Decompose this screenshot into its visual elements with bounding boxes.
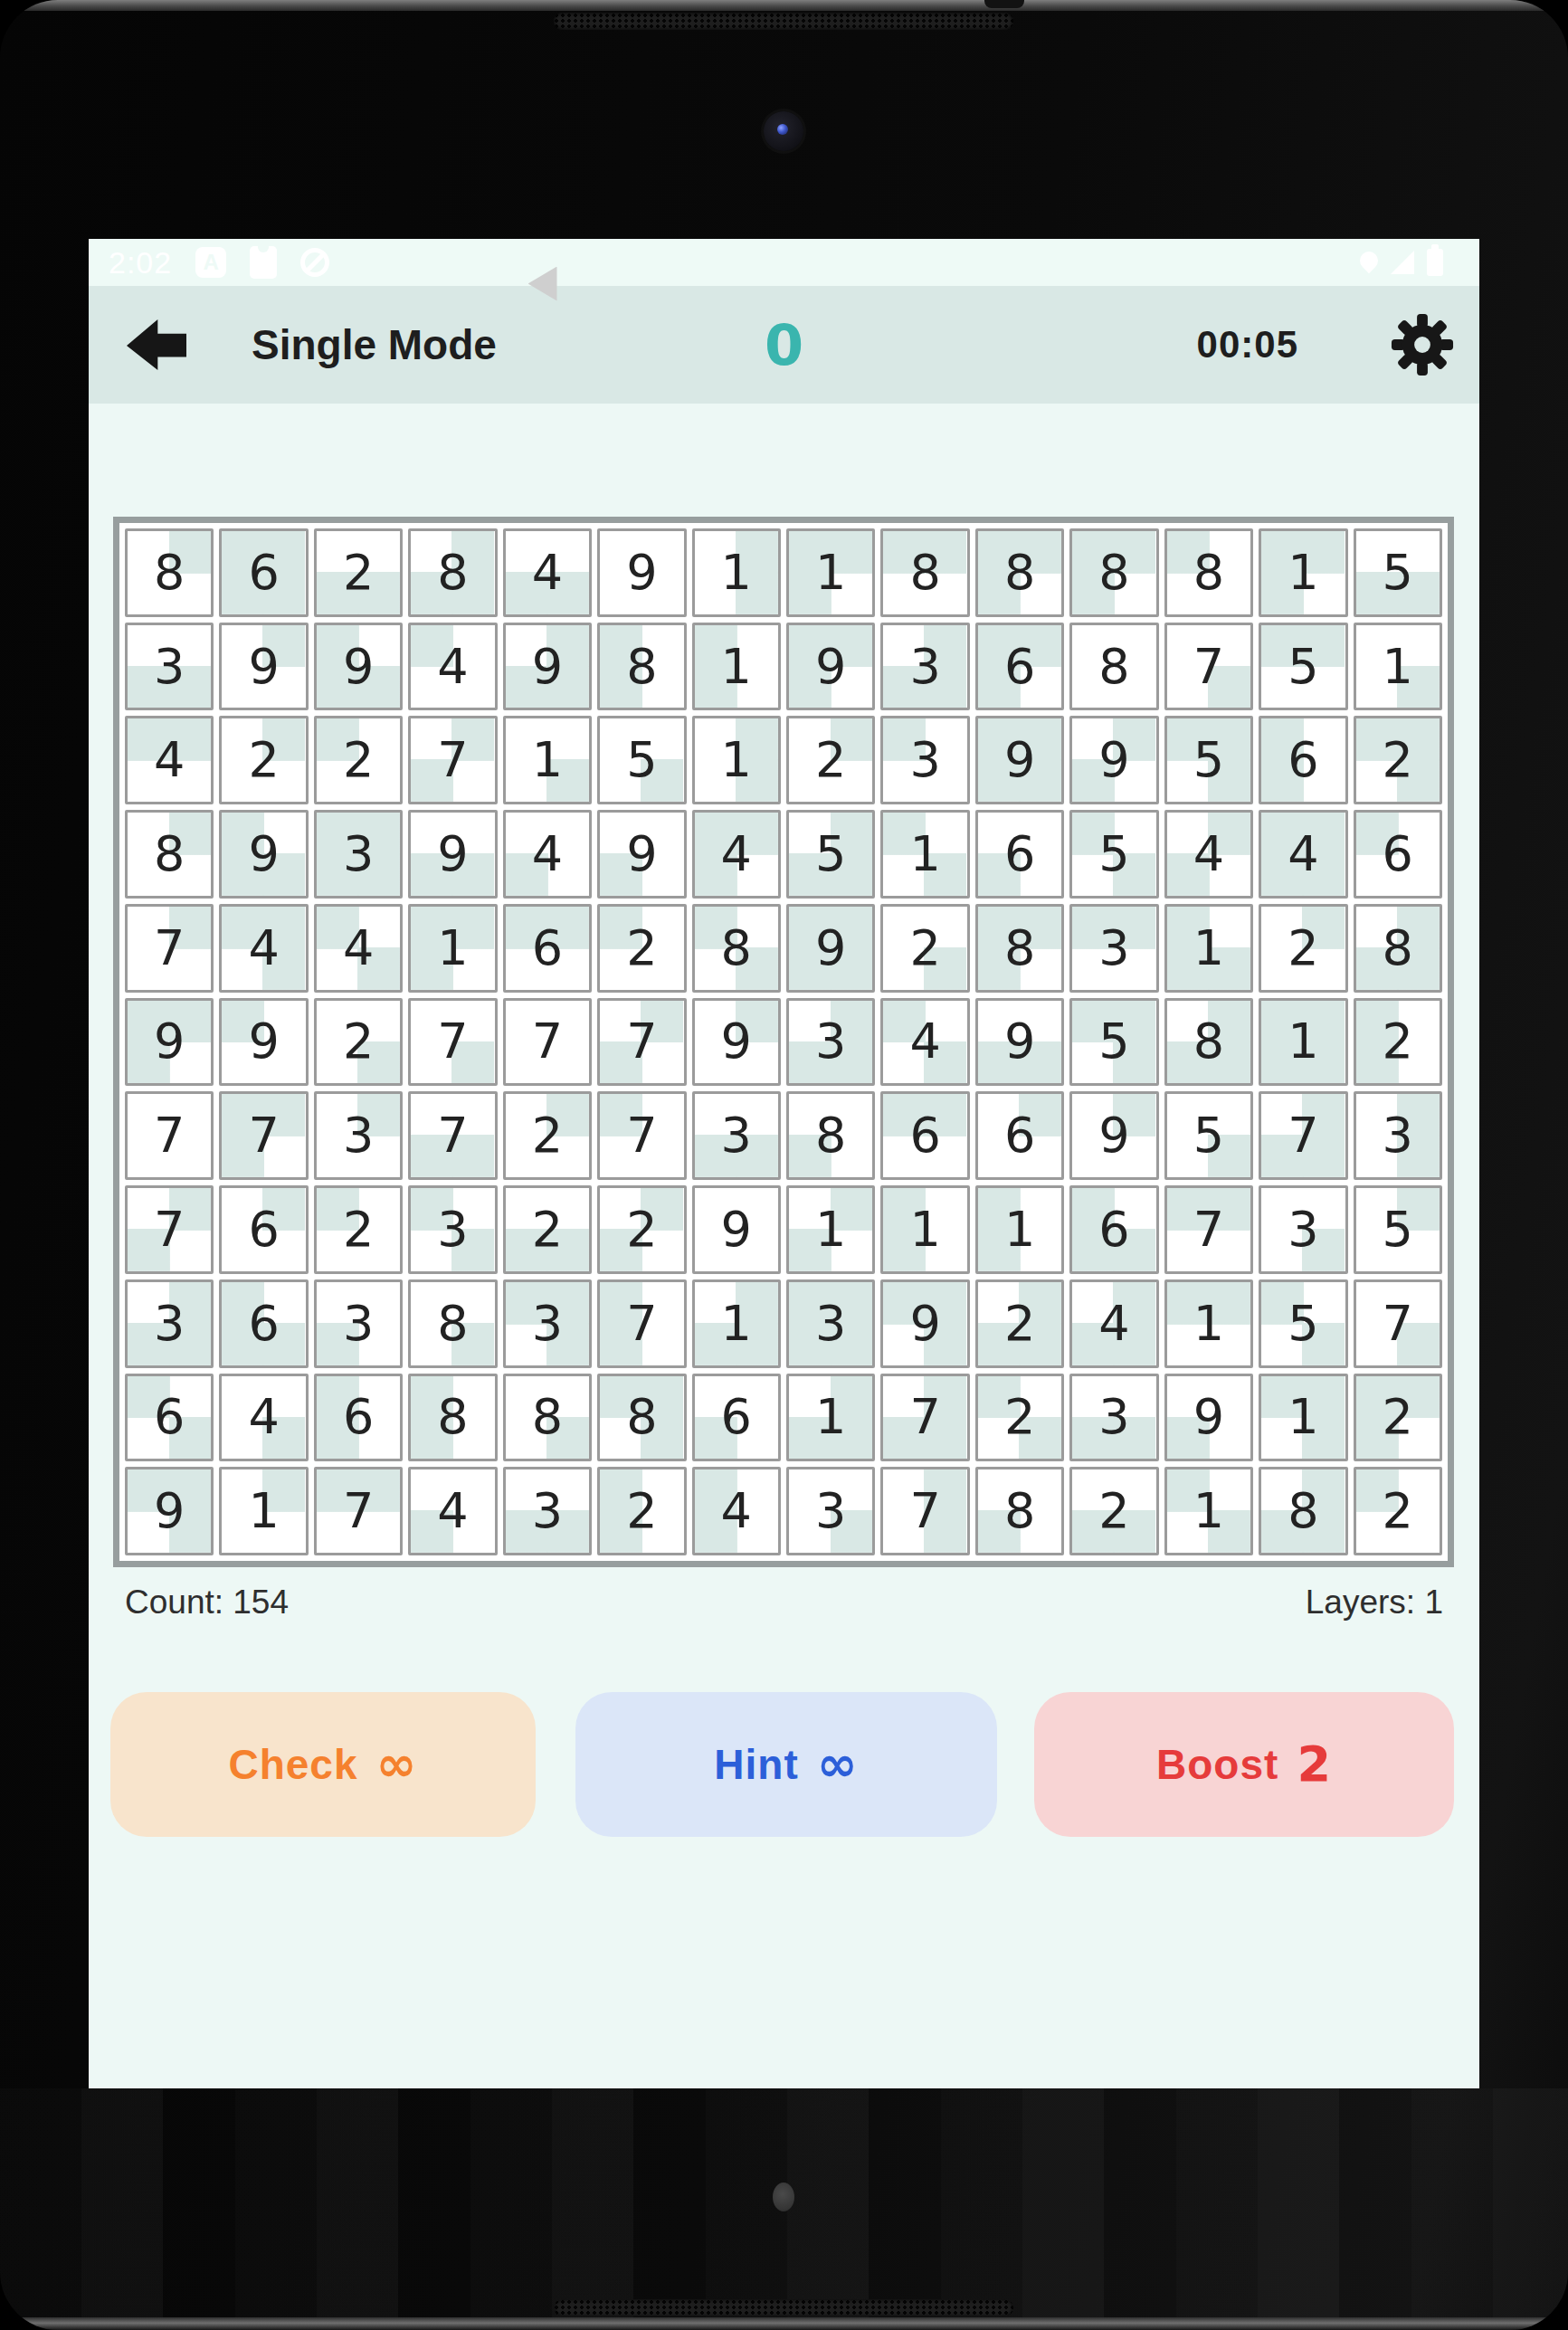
device-mic-notch	[984, 0, 1024, 8]
grid-cell[interactable]: 8	[408, 528, 497, 617]
grid-cell[interactable]: 9	[975, 716, 1064, 804]
front-camera	[764, 111, 803, 151]
grid-cell[interactable]: 2	[597, 1185, 686, 1274]
grid-cell[interactable]: 7	[597, 998, 686, 1087]
cell-digit: 5	[1098, 1017, 1129, 1066]
cell-digit: 1	[1288, 548, 1318, 597]
cell-digit: 6	[1004, 1111, 1035, 1160]
grid-cell[interactable]: 8	[125, 810, 214, 899]
grid-cell[interactable]: 6	[1354, 810, 1442, 899]
speaker-grille-top	[554, 13, 1013, 30]
device-top-edge	[0, 0, 1568, 11]
grid-cell[interactable]: 9	[692, 998, 781, 1087]
package-icon	[250, 246, 277, 279]
grid-cell[interactable]: 3	[125, 623, 214, 711]
grid-cell[interactable]: 9	[597, 528, 686, 617]
grid-cell[interactable]: 2	[314, 716, 403, 804]
cell-digit: 9	[154, 1487, 185, 1536]
grid-cell[interactable]: 9	[125, 998, 214, 1087]
grid-cell[interactable]: 8	[1259, 1467, 1347, 1555]
grid-cell[interactable]: 9	[692, 1185, 781, 1274]
cell-digit: 8	[626, 642, 657, 691]
cell-digit: 1	[1193, 1487, 1224, 1536]
grid-cell[interactable]: 4	[1069, 1279, 1158, 1368]
cell-digit: 7	[154, 1205, 185, 1254]
grid-cell[interactable]: 7	[125, 1091, 214, 1180]
cell-digit: 8	[1004, 1487, 1035, 1536]
grid-cell[interactable]: 4	[408, 623, 497, 711]
grid-cell[interactable]: 1	[975, 1185, 1064, 1274]
cell-digit: 9	[721, 1017, 752, 1066]
cell-digit: 7	[437, 1111, 468, 1160]
grid-cell[interactable]: 7	[880, 1374, 969, 1462]
cell-digit: 6	[248, 1299, 279, 1348]
grid-cell[interactable]: 1	[1164, 1279, 1253, 1368]
cell-digit: 8	[1004, 924, 1035, 973]
grid-cell[interactable]: 6	[975, 810, 1064, 899]
grid-cell[interactable]: 3	[314, 810, 403, 899]
bottom-camera-dot	[773, 2183, 794, 2211]
grid-cell[interactable]: 8	[975, 904, 1064, 993]
cell-digit: 2	[532, 1205, 563, 1254]
grid-cell[interactable]: 8	[408, 1279, 497, 1368]
infinity-icon: ∞	[817, 1740, 859, 1789]
grid-cell[interactable]: 8	[1069, 623, 1158, 711]
cell-digit: 3	[1098, 1393, 1129, 1441]
grid-cell[interactable]: 5	[1259, 1279, 1347, 1368]
grid-cell[interactable]: 1	[880, 1185, 969, 1274]
grid-cell[interactable]: 1	[880, 810, 969, 899]
boost-count-badge: 2	[1297, 1740, 1332, 1789]
cell-digit: 2	[626, 1205, 657, 1254]
grid-cell[interactable]: 1	[1164, 904, 1253, 993]
grid-cell[interactable]: 6	[975, 623, 1064, 711]
cell-digit: 8	[1098, 548, 1129, 597]
grid-cell[interactable]: 2	[503, 1091, 592, 1180]
grid-cell[interactable]: 8	[1354, 904, 1442, 993]
grid-cell[interactable]: 4	[692, 810, 781, 899]
grid-cell[interactable]: 4	[408, 1467, 497, 1555]
cell-digit: 4	[1193, 830, 1224, 879]
cell-digit: 1	[815, 1393, 846, 1441]
grid-cell[interactable]: 8	[408, 1374, 497, 1462]
cell-digit: 3	[343, 1111, 374, 1160]
cell-digit: 7	[909, 1393, 940, 1441]
grid-cell[interactable]: 3	[1069, 1374, 1158, 1462]
cell-digit: 3	[721, 1111, 752, 1160]
grid-cell[interactable]: 5	[786, 810, 875, 899]
cell-digit: 6	[1004, 830, 1035, 879]
grid-cell[interactable]: 7	[314, 1467, 403, 1555]
cell-digit: 7	[437, 736, 468, 785]
cell-digit: 2	[343, 548, 374, 597]
cell-digit: 9	[1098, 736, 1129, 785]
cell-digit: 6	[1288, 736, 1318, 785]
cell-digit: 3	[154, 1299, 185, 1348]
grid-cell[interactable]: 1	[408, 904, 497, 993]
cell-digit: 3	[1098, 924, 1129, 973]
cell-digit: 2	[343, 1205, 374, 1254]
grid-cell[interactable]: 3	[786, 998, 875, 1087]
cell-digit: 3	[532, 1299, 563, 1348]
grid-cell[interactable]: 4	[219, 904, 308, 993]
cell-digit: 9	[437, 830, 468, 879]
grid-cell[interactable]: 1	[1354, 623, 1442, 711]
cell-digit: 9	[626, 548, 657, 597]
grid-cell[interactable]: 7	[880, 1467, 969, 1555]
cell-digit: 8	[721, 924, 752, 973]
cell-digit: 6	[721, 1393, 752, 1441]
cell-digit: 9	[815, 924, 846, 973]
cell-digit: 1	[532, 736, 563, 785]
cell-digit: 5	[1193, 1111, 1224, 1160]
grid-cell[interactable]: 7	[1164, 1185, 1253, 1274]
grid-cell[interactable]: 1	[1259, 1374, 1347, 1462]
grid-cell[interactable]: 1	[1259, 528, 1347, 617]
cell-digit: 1	[1383, 642, 1413, 691]
grid-cell[interactable]: 2	[314, 528, 403, 617]
grid-cell[interactable]: 1	[786, 1185, 875, 1274]
cell-digit: 4	[154, 736, 185, 785]
grid-cell[interactable]: 5	[1164, 716, 1253, 804]
grid-cell[interactable]: 7	[125, 1185, 214, 1274]
cell-digit: 4	[248, 924, 279, 973]
check-button[interactable]: Check ∞	[110, 1692, 536, 1837]
cell-digit: 8	[1193, 548, 1224, 597]
grid-cell[interactable]: 2	[1069, 1467, 1158, 1555]
cell-digit: 3	[815, 1299, 846, 1348]
grid-cell[interactable]: 9	[1069, 716, 1158, 804]
grid-cell[interactable]: 7	[1164, 623, 1253, 711]
grid-cell[interactable]: 7	[219, 1091, 308, 1180]
cell-digit: 7	[532, 1017, 563, 1066]
grid-cell[interactable]: 3	[880, 623, 969, 711]
device-bottom-edge	[0, 2317, 1568, 2330]
grid-cell[interactable]: 6	[219, 528, 308, 617]
cell-digit: 4	[437, 1487, 468, 1536]
grid-cell[interactable]: 3	[503, 1467, 592, 1555]
grid-cell[interactable]: 8	[597, 1374, 686, 1462]
grid-cell[interactable]: 9	[314, 623, 403, 711]
cell-digit: 7	[626, 1299, 657, 1348]
cell-digit: 2	[1383, 1017, 1413, 1066]
cell-digit: 1	[437, 924, 468, 973]
grid-cell[interactable]: 5	[1259, 623, 1347, 711]
cell-digit: 7	[1383, 1299, 1413, 1348]
timer-value: 00:05	[1197, 286, 1298, 404]
cell-digit: 1	[721, 736, 752, 785]
cell-digit: 2	[1383, 1393, 1413, 1441]
grid-cell[interactable]: 2	[786, 716, 875, 804]
cell-digit: 9	[909, 1299, 940, 1348]
cell-digit: 5	[1288, 642, 1318, 691]
status-bar: 2:02 A	[89, 239, 1479, 286]
cell-digit: 7	[626, 1111, 657, 1160]
cell-digit: 4	[1098, 1299, 1129, 1348]
cell-digit: 6	[154, 1393, 185, 1441]
cell-digit: 6	[1383, 830, 1413, 879]
grid-cell[interactable]: 1	[1164, 1467, 1253, 1555]
settings-gear-icon[interactable]	[1389, 311, 1456, 378]
grid-cell[interactable]: 8	[125, 528, 214, 617]
cell-digit: 9	[343, 642, 374, 691]
grid-cell[interactable]: 7	[503, 998, 592, 1087]
cell-digit: 7	[248, 1111, 279, 1160]
grid-cell[interactable]: 6	[125, 1374, 214, 1462]
grid-cell[interactable]: 6	[880, 1091, 969, 1180]
grid-cell[interactable]: 7	[408, 716, 497, 804]
cell-digit: 9	[1098, 1111, 1129, 1160]
grid-cell[interactable]: 1	[219, 1467, 308, 1555]
grid-cell[interactable]: 1	[692, 1279, 781, 1368]
grid-cell[interactable]: 3	[408, 1185, 497, 1274]
cell-digit: 8	[815, 1111, 846, 1160]
grid-cell[interactable]: 4	[125, 716, 214, 804]
cell-digit: 7	[437, 1017, 468, 1066]
layers-label: Layers: 1	[1306, 1583, 1443, 1621]
grid-cell[interactable]: 6	[219, 1279, 308, 1368]
grid-cell[interactable]: 2	[219, 716, 308, 804]
cell-digit: 2	[626, 1487, 657, 1536]
grid-cell[interactable]: 2	[975, 1279, 1064, 1368]
tablet-device: 2:02 A Single Mode 0 00:05	[0, 0, 1568, 2330]
hint-button[interactable]: Hint ∞	[575, 1692, 997, 1837]
cell-digit: 1	[721, 642, 752, 691]
app-bar: Single Mode 0 00:05	[89, 286, 1479, 404]
grid-cell[interactable]: 2	[1354, 998, 1442, 1087]
cell-digit: 6	[343, 1393, 374, 1441]
cell-digit: 8	[532, 1393, 563, 1441]
grid-cell[interactable]: 3	[786, 1279, 875, 1368]
grid-cell[interactable]: 4	[503, 810, 592, 899]
grid-cell[interactable]: 2	[880, 904, 969, 993]
cell-digit: 8	[1383, 924, 1413, 973]
cell-digit: 9	[815, 642, 846, 691]
battery-icon	[1427, 249, 1443, 276]
grid-cell[interactable]: 2	[1354, 716, 1442, 804]
grid-cell[interactable]: 8	[975, 528, 1064, 617]
grid-cell[interactable]: 5	[597, 716, 686, 804]
grid-cell[interactable]: 6	[1069, 1185, 1158, 1274]
grid-cell[interactable]: 5	[1069, 998, 1158, 1087]
cell-digit: 7	[1193, 1205, 1224, 1254]
cell-digit: 2	[1098, 1487, 1129, 1536]
grid-cell[interactable]: 7	[597, 1279, 686, 1368]
cell-digit: 2	[248, 736, 279, 785]
cell-digit: 5	[1193, 736, 1224, 785]
grid-cell[interactable]: 8	[503, 1374, 592, 1462]
grid-cell[interactable]: 3	[314, 1091, 403, 1180]
cell-digit: 1	[815, 1205, 846, 1254]
grid-cell[interactable]: 7	[1354, 1279, 1442, 1368]
cell-digit: 3	[532, 1487, 563, 1536]
cell-digit: 3	[343, 830, 374, 879]
cell-digit: 9	[154, 1017, 185, 1066]
cell-digit: 8	[1288, 1487, 1318, 1536]
cell-digit: 2	[1383, 736, 1413, 785]
cell-digit: 8	[909, 548, 940, 597]
cell-digit: 9	[248, 1017, 279, 1066]
cell-digit: 8	[1193, 1017, 1224, 1066]
grid-cell[interactable]: 9	[597, 810, 686, 899]
cell-digit: 7	[1193, 642, 1224, 691]
cell-digit: 9	[1193, 1393, 1224, 1441]
grid-cell[interactable]: 7	[597, 1091, 686, 1180]
grid-cell[interactable]: 8	[597, 623, 686, 711]
grid-cell[interactable]: 3	[314, 1279, 403, 1368]
cell-digit: 9	[721, 1205, 752, 1254]
grid-cell[interactable]: 5	[1164, 1091, 1253, 1180]
cell-digit: 8	[437, 1299, 468, 1348]
cell-digit: 5	[1383, 1205, 1413, 1254]
grid-cell[interactable]: 3	[1354, 1091, 1442, 1180]
grid-cell[interactable]: 9	[408, 810, 497, 899]
grid-cell[interactable]: 5	[1354, 1185, 1442, 1274]
grid-cell[interactable]: 9	[219, 810, 308, 899]
grid-cell[interactable]: 4	[503, 528, 592, 617]
cell-digit: 1	[1193, 1299, 1224, 1348]
grid-cell[interactable]: 7	[1259, 1091, 1347, 1180]
grid-cell[interactable]: 8	[1164, 528, 1253, 617]
cell-digit: 1	[721, 1299, 752, 1348]
grid-cell[interactable]: 1	[503, 716, 592, 804]
grid-cell[interactable]: 3	[1069, 904, 1158, 993]
grid-cell[interactable]: 4	[1259, 810, 1347, 899]
cell-digit: 2	[1288, 924, 1318, 973]
cell-digit: 4	[909, 1017, 940, 1066]
grid-cell[interactable]: 3	[786, 1467, 875, 1555]
grid-cell[interactable]: 1	[692, 716, 781, 804]
grid-cell[interactable]: 9	[786, 623, 875, 711]
grid-cell[interactable]: 8	[786, 1091, 875, 1180]
cell-digit: 1	[721, 548, 752, 597]
cell-digit: 4	[1288, 830, 1318, 879]
cell-digit: 6	[248, 548, 279, 597]
grid-cell[interactable]: 4	[314, 904, 403, 993]
cell-digit: 3	[815, 1487, 846, 1536]
grid-cell[interactable]: 3	[1259, 1185, 1347, 1274]
grid-cell[interactable]: 2	[597, 1467, 686, 1555]
grid-cell[interactable]: 2	[597, 904, 686, 993]
cell-digit: 8	[626, 1393, 657, 1441]
grid-cell[interactable]: 4	[1164, 810, 1253, 899]
grid-cell[interactable]: 9	[786, 904, 875, 993]
grid-cell[interactable]: 6	[692, 1374, 781, 1462]
grid-cell[interactable]: 1	[1259, 998, 1347, 1087]
a-app-icon: A	[195, 247, 226, 278]
cell-digit: 1	[1288, 1393, 1318, 1441]
grid-cell[interactable]: 9	[219, 998, 308, 1087]
grid-cell[interactable]: 5	[1069, 810, 1158, 899]
cell-digit: 3	[1383, 1111, 1413, 1160]
grid-cell[interactable]: 8	[975, 1467, 1064, 1555]
check-button-label: Check	[228, 1740, 357, 1789]
grid-cell[interactable]: 2	[1259, 904, 1347, 993]
app-screen: 2:02 A Single Mode 0 00:05	[89, 239, 1479, 2088]
cell-digit: 4	[532, 830, 563, 879]
cell-digit: 7	[154, 1111, 185, 1160]
grid-cell[interactable]: 3	[880, 716, 969, 804]
grid-cell[interactable]: 2	[503, 1185, 592, 1274]
cell-digit: 9	[248, 830, 279, 879]
grid-cell[interactable]: 7	[408, 1091, 497, 1180]
grid-cell[interactable]: 2	[975, 1374, 1064, 1462]
grid-cell[interactable]: 2	[1354, 1374, 1442, 1462]
grid-cell[interactable]: 7	[125, 904, 214, 993]
grid-cell[interactable]: 3	[692, 1091, 781, 1180]
grid-cell[interactable]: 9	[219, 623, 308, 711]
grid-cell[interactable]: 1	[786, 1374, 875, 1462]
cell-digit: 5	[1098, 830, 1129, 879]
grid-cell[interactable]: 1	[692, 623, 781, 711]
grid-cell[interactable]: 2	[1354, 1467, 1442, 1555]
cell-digit: 4	[721, 1487, 752, 1536]
grid-cell[interactable]: 9	[125, 1467, 214, 1555]
cell-digit: 9	[248, 642, 279, 691]
cell-digit: 5	[1288, 1299, 1318, 1348]
grid-cell[interactable]: 4	[692, 1467, 781, 1555]
cell-digit: 8	[154, 548, 185, 597]
cell-digit: 3	[815, 1017, 846, 1066]
cell-digit: 9	[1004, 1017, 1035, 1066]
cell-digit: 2	[1004, 1393, 1035, 1441]
grid-cell[interactable]: 6	[314, 1374, 403, 1462]
grid-cell[interactable]: 9	[1069, 1091, 1158, 1180]
cell-digit: 1	[909, 830, 940, 879]
cell-digit: 3	[1288, 1205, 1318, 1254]
grid-cell[interactable]: 3	[125, 1279, 214, 1368]
cell-digit: 7	[154, 924, 185, 973]
location-pin-icon	[1356, 248, 1382, 273]
grid-cell[interactable]: 8	[880, 528, 969, 617]
grid-cell[interactable]: 8	[1069, 528, 1158, 617]
cell-digit: 8	[437, 548, 468, 597]
cell-digit: 7	[1288, 1111, 1318, 1160]
grid-cell[interactable]: 7	[408, 998, 497, 1087]
cell-digit: 8	[154, 830, 185, 879]
grid-cell[interactable]: 9	[975, 998, 1064, 1087]
grid-cell[interactable]: 2	[314, 1185, 403, 1274]
cell-digit: 5	[626, 736, 657, 785]
grid-cell[interactable]: 8	[1164, 998, 1253, 1087]
grid-cell[interactable]: 9	[880, 1279, 969, 1368]
signal-triangle-icon	[1391, 251, 1414, 274]
grid-cell[interactable]: 1	[692, 528, 781, 617]
grid-cell[interactable]: 9	[503, 623, 592, 711]
grid-cell[interactable]: 6	[219, 1185, 308, 1274]
grid-cell[interactable]: 3	[503, 1279, 592, 1368]
cell-digit: 9	[532, 642, 563, 691]
grid-cell[interactable]: 1	[786, 528, 875, 617]
grid-cell[interactable]: 4	[219, 1374, 308, 1462]
cell-digit: 2	[343, 736, 374, 785]
hint-button-label: Hint	[714, 1740, 798, 1789]
grid-cell[interactable]: 6	[1259, 716, 1347, 804]
grid-cell[interactable]: 4	[880, 998, 969, 1087]
grid-cell[interactable]: 2	[314, 998, 403, 1087]
cell-digit: 1	[1288, 1017, 1318, 1066]
infinity-icon: ∞	[376, 1740, 418, 1789]
grid-cell[interactable]: 6	[503, 904, 592, 993]
grid-cell[interactable]: 6	[975, 1091, 1064, 1180]
cell-digit: 2	[1004, 1299, 1035, 1348]
grid-cell[interactable]: 8	[692, 904, 781, 993]
grid-cell[interactable]: 5	[1354, 528, 1442, 617]
cell-digit: 1	[1004, 1205, 1035, 1254]
cell-digit: 8	[437, 1393, 468, 1441]
grid-cell[interactable]: 9	[1164, 1374, 1253, 1462]
boost-button[interactable]: Boost 2	[1034, 1692, 1454, 1837]
